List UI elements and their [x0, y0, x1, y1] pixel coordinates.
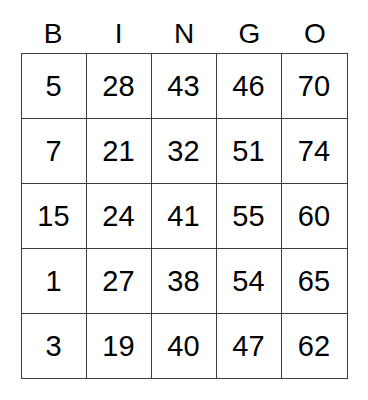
- bingo-cell[interactable]: 55: [217, 184, 282, 249]
- bingo-cell[interactable]: 62: [282, 314, 347, 378]
- bingo-cell[interactable]: 1: [22, 249, 87, 314]
- bingo-cell[interactable]: 60: [282, 184, 347, 249]
- bingo-cell[interactable]: 5: [22, 54, 87, 119]
- bingo-cell[interactable]: 41: [152, 184, 217, 249]
- bingo-cell[interactable]: 47: [217, 314, 282, 378]
- bingo-cell[interactable]: 43: [152, 54, 217, 119]
- bingo-header-row: BINGO: [21, 14, 348, 53]
- bingo-cell[interactable]: 7: [22, 119, 87, 184]
- bingo-cell[interactable]: 54: [217, 249, 282, 314]
- bingo-cell[interactable]: 74: [282, 119, 347, 184]
- bingo-cell[interactable]: 51: [217, 119, 282, 184]
- bingo-cell[interactable]: 32: [152, 119, 217, 184]
- bingo-card: BINGO 5284346707213251741524415560127385…: [21, 14, 348, 379]
- column-header-i: I: [115, 20, 123, 48]
- bingo-cell[interactable]: 15: [22, 184, 87, 249]
- bingo-cell[interactable]: 27: [87, 249, 152, 314]
- column-header-o: O: [304, 20, 326, 48]
- bingo-cell[interactable]: 40: [152, 314, 217, 378]
- bingo-cell[interactable]: 19: [87, 314, 152, 378]
- column-header-b: B: [44, 20, 63, 48]
- bingo-cell[interactable]: 3: [22, 314, 87, 378]
- bingo-grid: 5284346707213251741524415560127385465319…: [21, 53, 348, 379]
- bingo-cell[interactable]: 70: [282, 54, 347, 119]
- bingo-cell[interactable]: 65: [282, 249, 347, 314]
- bingo-cell[interactable]: 38: [152, 249, 217, 314]
- bingo-cell[interactable]: 24: [87, 184, 152, 249]
- bingo-cell[interactable]: 28: [87, 54, 152, 119]
- bingo-cell[interactable]: 46: [217, 54, 282, 119]
- column-header-n: N: [174, 20, 194, 48]
- bingo-cell[interactable]: 21: [87, 119, 152, 184]
- column-header-g: G: [239, 20, 261, 48]
